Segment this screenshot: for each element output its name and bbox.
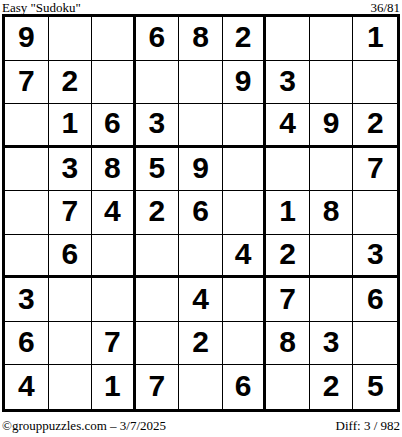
cell-r2c3[interactable]	[92, 61, 136, 105]
cell-r9c1[interactable]: 4	[5, 365, 49, 409]
cell-r8c2[interactable]	[49, 322, 93, 366]
cell-r1c2[interactable]	[49, 17, 93, 61]
cell-r4c4[interactable]: 5	[136, 148, 180, 192]
cell-r4c7[interactable]	[266, 148, 310, 192]
cell-r1c6[interactable]: 2	[223, 17, 267, 61]
cell-r4c9[interactable]: 7	[353, 148, 397, 192]
cell-r2c9[interactable]	[353, 61, 397, 105]
sudoku-board: 9682172931634923859774261864233476672834…	[2, 14, 400, 412]
cell-r7c5[interactable]: 4	[179, 278, 223, 322]
cell-r1c7[interactable]	[266, 17, 310, 61]
cell-r6c5[interactable]	[179, 235, 223, 279]
cell-r9c7[interactable]	[266, 365, 310, 409]
sudoku-page: Easy "Sudoku" 36/81 96821729316349238597…	[2, 0, 400, 433]
cell-counter: 36/81	[370, 1, 400, 14]
cell-r1c1[interactable]: 9	[5, 17, 49, 61]
cell-r8c8[interactable]: 3	[310, 322, 354, 366]
cell-r4c1[interactable]	[5, 148, 49, 192]
cell-r9c4[interactable]: 7	[136, 365, 180, 409]
cell-r3c9[interactable]: 2	[353, 104, 397, 148]
cell-r6c9[interactable]: 3	[353, 235, 397, 279]
cell-r8c5[interactable]: 2	[179, 322, 223, 366]
cell-r2c5[interactable]	[179, 61, 223, 105]
cell-r8c3[interactable]: 7	[92, 322, 136, 366]
cell-r7c8[interactable]	[310, 278, 354, 322]
cell-r7c4[interactable]	[136, 278, 180, 322]
puzzle-title: Easy "Sudoku"	[2, 1, 81, 14]
cell-r4c5[interactable]: 9	[179, 148, 223, 192]
cell-r7c2[interactable]	[49, 278, 93, 322]
cell-r1c9[interactable]: 1	[353, 17, 397, 61]
cell-r3c2[interactable]: 1	[49, 104, 93, 148]
cell-r3c3[interactable]: 6	[92, 104, 136, 148]
cell-r8c1[interactable]: 6	[5, 322, 49, 366]
cell-r8c6[interactable]	[223, 322, 267, 366]
cell-r5c8[interactable]: 8	[310, 191, 354, 235]
cell-r5c2[interactable]: 7	[49, 191, 93, 235]
cell-r9c8[interactable]: 2	[310, 365, 354, 409]
cell-r3c6[interactable]	[223, 104, 267, 148]
cell-r3c1[interactable]	[5, 104, 49, 148]
cell-r2c6[interactable]: 9	[223, 61, 267, 105]
cell-r8c4[interactable]	[136, 322, 180, 366]
cell-r9c6[interactable]: 6	[223, 365, 267, 409]
cell-r6c7[interactable]: 2	[266, 235, 310, 279]
cell-r5c9[interactable]	[353, 191, 397, 235]
cell-r7c6[interactable]	[223, 278, 267, 322]
cell-r6c2[interactable]: 6	[49, 235, 93, 279]
cell-r7c3[interactable]	[92, 278, 136, 322]
copyright-credit: ©grouppuzzles.com – 3/7/2025	[2, 419, 166, 433]
cell-r2c4[interactable]	[136, 61, 180, 105]
cell-r3c4[interactable]: 3	[136, 104, 180, 148]
cell-r9c9[interactable]: 5	[353, 365, 397, 409]
cell-r8c9[interactable]	[353, 322, 397, 366]
difficulty-label: Diff: 3 / 982	[336, 419, 400, 433]
cell-r5c5[interactable]: 6	[179, 191, 223, 235]
cell-r5c3[interactable]: 4	[92, 191, 136, 235]
page-header: Easy "Sudoku" 36/81	[2, 0, 400, 14]
page-footer: ©grouppuzzles.com – 3/7/2025 Diff: 3 / 9…	[2, 419, 400, 433]
cell-r6c3[interactable]	[92, 235, 136, 279]
cell-r7c1[interactable]: 3	[5, 278, 49, 322]
cell-r5c7[interactable]: 1	[266, 191, 310, 235]
cell-r2c7[interactable]: 3	[266, 61, 310, 105]
cell-r7c7[interactable]: 7	[266, 278, 310, 322]
cell-r5c4[interactable]: 2	[136, 191, 180, 235]
cell-r6c1[interactable]	[5, 235, 49, 279]
cell-r2c2[interactable]: 2	[49, 61, 93, 105]
cell-r3c5[interactable]	[179, 104, 223, 148]
cell-r4c6[interactable]	[223, 148, 267, 192]
cell-r2c8[interactable]	[310, 61, 354, 105]
cell-r6c6[interactable]: 4	[223, 235, 267, 279]
cell-r4c2[interactable]: 3	[49, 148, 93, 192]
cell-r9c2[interactable]	[49, 365, 93, 409]
cell-r1c8[interactable]	[310, 17, 354, 61]
cell-r9c5[interactable]	[179, 365, 223, 409]
cell-r9c3[interactable]: 1	[92, 365, 136, 409]
cell-r2c1[interactable]: 7	[5, 61, 49, 105]
cell-r4c8[interactable]	[310, 148, 354, 192]
cell-r1c3[interactable]	[92, 17, 136, 61]
cell-r3c8[interactable]: 9	[310, 104, 354, 148]
cell-r5c6[interactable]	[223, 191, 267, 235]
cell-r3c7[interactable]: 4	[266, 104, 310, 148]
cell-r5c1[interactable]	[5, 191, 49, 235]
cell-r6c8[interactable]	[310, 235, 354, 279]
cell-r6c4[interactable]	[136, 235, 180, 279]
cell-r4c3[interactable]: 8	[92, 148, 136, 192]
cell-r1c4[interactable]: 6	[136, 17, 180, 61]
cell-r7c9[interactable]: 6	[353, 278, 397, 322]
cell-r8c7[interactable]: 8	[266, 322, 310, 366]
cell-r1c5[interactable]: 8	[179, 17, 223, 61]
